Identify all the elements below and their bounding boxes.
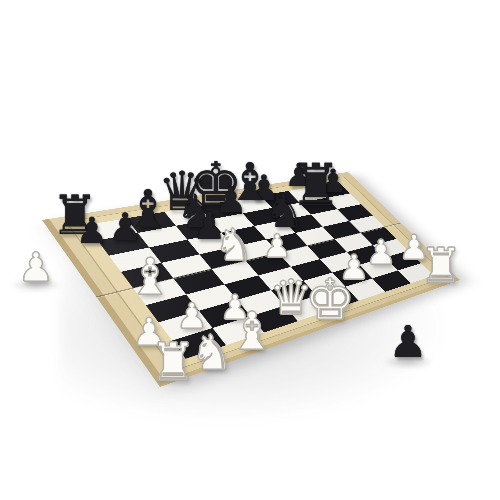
chess-set-photo: Angled product photo of a wooden folding… <box>0 0 500 500</box>
captured-black-pawn-shadow <box>382 356 434 369</box>
captured-white-pawn-shadow <box>10 279 62 292</box>
